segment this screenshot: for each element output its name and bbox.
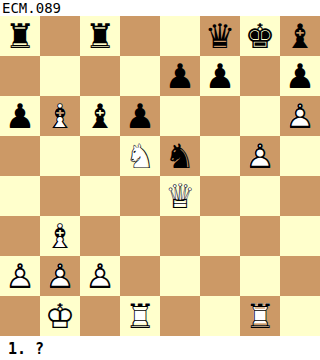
white-rook-icon[interactable]: ♜♖ <box>240 296 280 336</box>
square-g8[interactable]: ♚ <box>240 16 280 56</box>
square-d3[interactable] <box>120 216 160 256</box>
piece-outline: ♗ <box>40 96 80 136</box>
square-h5[interactable] <box>280 136 320 176</box>
square-g4[interactable] <box>240 176 280 216</box>
square-f6[interactable] <box>200 96 240 136</box>
move-prompt: 1. ? <box>0 336 320 360</box>
square-b7[interactable] <box>40 56 80 96</box>
white-bishop-icon[interactable]: ♝♗ <box>40 216 80 256</box>
square-f3[interactable] <box>200 216 240 256</box>
square-h2[interactable] <box>280 256 320 296</box>
square-g1[interactable]: ♜♖ <box>240 296 280 336</box>
square-b6[interactable]: ♝♗ <box>40 96 80 136</box>
square-c4[interactable] <box>80 176 120 216</box>
black-bishop-icon[interactable]: ♝ <box>280 16 320 56</box>
square-b3[interactable]: ♝♗ <box>40 216 80 256</box>
square-f8[interactable]: ♛ <box>200 16 240 56</box>
square-d4[interactable] <box>120 176 160 216</box>
square-a5[interactable] <box>0 136 40 176</box>
black-pawn-icon[interactable]: ♟ <box>160 56 200 96</box>
square-h8[interactable]: ♝ <box>280 16 320 56</box>
black-rook-icon[interactable]: ♜ <box>0 16 40 56</box>
square-b1[interactable]: ♚♔ <box>40 296 80 336</box>
square-a1[interactable] <box>0 296 40 336</box>
piece-outline: ♙ <box>240 136 280 176</box>
black-pawn-icon[interactable]: ♟ <box>280 56 320 96</box>
piece-outline: ♔ <box>40 296 80 336</box>
square-d6[interactable]: ♟ <box>120 96 160 136</box>
piece-outline: ♙ <box>0 256 40 296</box>
piece-outline: ♕ <box>160 176 200 216</box>
white-bishop-icon[interactable]: ♝♗ <box>40 96 80 136</box>
square-d7[interactable] <box>120 56 160 96</box>
black-king-icon[interactable]: ♚ <box>240 16 280 56</box>
square-c2[interactable]: ♟♙ <box>80 256 120 296</box>
square-f1[interactable] <box>200 296 240 336</box>
square-a7[interactable] <box>0 56 40 96</box>
square-b8[interactable] <box>40 16 80 56</box>
square-e2[interactable] <box>160 256 200 296</box>
piece-outline: ♘ <box>120 136 160 176</box>
square-c1[interactable] <box>80 296 120 336</box>
square-e3[interactable] <box>160 216 200 256</box>
square-c8[interactable]: ♜ <box>80 16 120 56</box>
square-c3[interactable] <box>80 216 120 256</box>
square-g7[interactable] <box>240 56 280 96</box>
piece-outline: ♖ <box>240 296 280 336</box>
white-king-icon[interactable]: ♚♔ <box>40 296 80 336</box>
piece-outline: ♖ <box>120 296 160 336</box>
piece-outline: ♙ <box>280 96 320 136</box>
chess-board: ♜♜♛♚♝♟♟♟♟♝♗♝♟♟♙♞♘♞♟♙♛♕♝♗♟♙♟♙♟♙♚♔♜♖♜♖ <box>0 16 320 336</box>
piece-outline: ♙ <box>80 256 120 296</box>
square-f2[interactable] <box>200 256 240 296</box>
square-e5[interactable]: ♞ <box>160 136 200 176</box>
black-pawn-icon[interactable]: ♟ <box>0 96 40 136</box>
square-h4[interactable] <box>280 176 320 216</box>
black-rook-icon[interactable]: ♜ <box>80 16 120 56</box>
square-e7[interactable]: ♟ <box>160 56 200 96</box>
square-h3[interactable] <box>280 216 320 256</box>
black-pawn-icon[interactable]: ♟ <box>200 56 240 96</box>
black-bishop-icon[interactable]: ♝ <box>80 96 120 136</box>
white-rook-icon[interactable]: ♜♖ <box>120 296 160 336</box>
square-b2[interactable]: ♟♙ <box>40 256 80 296</box>
square-h6[interactable]: ♟♙ <box>280 96 320 136</box>
square-a8[interactable]: ♜ <box>0 16 40 56</box>
square-e8[interactable] <box>160 16 200 56</box>
white-pawn-icon[interactable]: ♟♙ <box>240 136 280 176</box>
square-a4[interactable] <box>0 176 40 216</box>
square-h7[interactable]: ♟ <box>280 56 320 96</box>
square-g3[interactable] <box>240 216 280 256</box>
square-g2[interactable] <box>240 256 280 296</box>
square-h1[interactable] <box>280 296 320 336</box>
white-pawn-icon[interactable]: ♟♙ <box>80 256 120 296</box>
square-d2[interactable] <box>120 256 160 296</box>
white-pawn-icon[interactable]: ♟♙ <box>280 96 320 136</box>
square-d5[interactable]: ♞♘ <box>120 136 160 176</box>
square-e6[interactable] <box>160 96 200 136</box>
black-queen-icon[interactable]: ♛ <box>200 16 240 56</box>
piece-outline: ♙ <box>40 256 80 296</box>
black-pawn-icon[interactable]: ♟ <box>120 96 160 136</box>
square-d8[interactable] <box>120 16 160 56</box>
square-e1[interactable] <box>160 296 200 336</box>
square-d1[interactable]: ♜♖ <box>120 296 160 336</box>
square-c5[interactable] <box>80 136 120 176</box>
square-f4[interactable] <box>200 176 240 216</box>
square-g5[interactable]: ♟♙ <box>240 136 280 176</box>
square-b4[interactable] <box>40 176 80 216</box>
black-knight-icon[interactable]: ♞ <box>160 136 200 176</box>
white-pawn-icon[interactable]: ♟♙ <box>0 256 40 296</box>
square-c6[interactable]: ♝ <box>80 96 120 136</box>
piece-outline: ♗ <box>40 216 80 256</box>
square-a6[interactable]: ♟ <box>0 96 40 136</box>
square-f7[interactable]: ♟ <box>200 56 240 96</box>
square-a3[interactable] <box>0 216 40 256</box>
square-f5[interactable] <box>200 136 240 176</box>
white-queen-icon[interactable]: ♛♕ <box>160 176 200 216</box>
square-b5[interactable] <box>40 136 80 176</box>
white-knight-icon[interactable]: ♞♘ <box>120 136 160 176</box>
white-pawn-icon[interactable]: ♟♙ <box>40 256 80 296</box>
square-e4[interactable]: ♛♕ <box>160 176 200 216</box>
square-a2[interactable]: ♟♙ <box>0 256 40 296</box>
puzzle-id: ECM.089 <box>0 0 320 16</box>
square-g6[interactable] <box>240 96 280 136</box>
square-c7[interactable] <box>80 56 120 96</box>
